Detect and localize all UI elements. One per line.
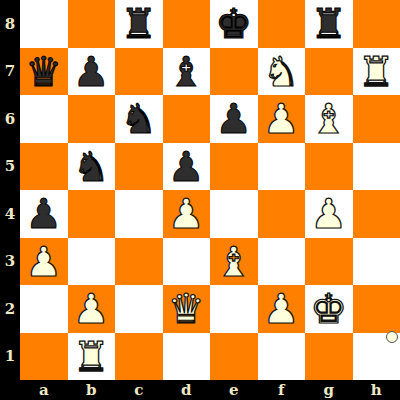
rank-label-6: 6 [0, 95, 20, 143]
square-e8[interactable]: ♚ [210, 0, 258, 48]
square-e3[interactable]: ♝ [210, 238, 258, 286]
square-c6[interactable]: ♞ [115, 95, 163, 143]
file-label-c: c [115, 380, 163, 400]
square-b6[interactable] [68, 95, 116, 143]
file-label-e: e [210, 380, 258, 400]
piece-white-pawn-g4[interactable]: ♟ [310, 194, 347, 235]
piece-black-pawn-a4[interactable]: ♟ [25, 194, 62, 235]
rank-label-2: 2 [0, 285, 20, 333]
piece-black-rook-c8[interactable]: ♜ [120, 4, 157, 45]
square-e4[interactable] [210, 190, 258, 238]
square-f1[interactable] [258, 333, 306, 381]
chess-board: ♜♚♜♛♟♝♞♜♞♟♟♝♞♟♟♟♟♟♝♟♛♟♚♜ [20, 0, 400, 380]
piece-white-rook-h7[interactable]: ♜ [358, 52, 395, 93]
square-g8[interactable]: ♜ [305, 0, 353, 48]
square-c7[interactable] [115, 48, 163, 96]
file-label-a: a [20, 380, 68, 400]
rank-label-7: 7 [0, 48, 20, 96]
piece-white-pawn-d4[interactable]: ♟ [168, 194, 205, 235]
file-label-g: g [305, 380, 353, 400]
square-c8[interactable]: ♜ [115, 0, 163, 48]
piece-black-bishop-d7[interactable]: ♝ [168, 52, 205, 93]
square-f6[interactable]: ♟ [258, 95, 306, 143]
square-a2[interactable] [20, 285, 68, 333]
square-a6[interactable] [20, 95, 68, 143]
square-d6[interactable] [163, 95, 211, 143]
square-a5[interactable] [20, 143, 68, 191]
square-h6[interactable] [353, 95, 400, 143]
square-e5[interactable] [210, 143, 258, 191]
piece-white-bishop-g6[interactable]: ♝ [310, 99, 347, 140]
white-to-move-indicator [386, 331, 398, 343]
square-g1[interactable] [305, 333, 353, 381]
rank-labels: 87654321 [0, 0, 20, 380]
piece-white-pawn-f6[interactable]: ♟ [263, 99, 300, 140]
file-label-d: d [163, 380, 211, 400]
square-d5[interactable]: ♟ [163, 143, 211, 191]
square-b5[interactable]: ♞ [68, 143, 116, 191]
square-d7[interactable]: ♝ [163, 48, 211, 96]
square-c3[interactable] [115, 238, 163, 286]
piece-white-knight-f7[interactable]: ♞ [263, 52, 300, 93]
piece-black-knight-c6[interactable]: ♞ [120, 99, 157, 140]
file-label-h: h [353, 380, 400, 400]
rank-label-3: 3 [0, 238, 20, 286]
square-e1[interactable] [210, 333, 258, 381]
square-b1[interactable]: ♜ [68, 333, 116, 381]
square-g4[interactable]: ♟ [305, 190, 353, 238]
square-f2[interactable]: ♟ [258, 285, 306, 333]
piece-white-rook-b1[interactable]: ♜ [73, 337, 110, 378]
square-b8[interactable] [68, 0, 116, 48]
square-f3[interactable] [258, 238, 306, 286]
square-f5[interactable] [258, 143, 306, 191]
file-labels: abcdefgh [20, 380, 400, 400]
square-d4[interactable]: ♟ [163, 190, 211, 238]
piece-black-pawn-b7[interactable]: ♟ [73, 52, 110, 93]
square-b7[interactable]: ♟ [68, 48, 116, 96]
file-label-f: f [258, 380, 306, 400]
square-f8[interactable] [258, 0, 306, 48]
square-g5[interactable] [305, 143, 353, 191]
square-b2[interactable]: ♟ [68, 285, 116, 333]
chess-board-screen: ♜♚♜♛♟♝♞♜♞♟♟♝♞♟♟♟♟♟♝♟♛♟♚♜ 87654321 abcdef… [0, 0, 400, 400]
piece-white-queen-d2[interactable]: ♛ [168, 289, 205, 330]
square-a1[interactable] [20, 333, 68, 381]
piece-black-king-e8[interactable]: ♚ [215, 4, 252, 45]
square-b4[interactable] [68, 190, 116, 238]
square-h7[interactable]: ♜ [353, 48, 400, 96]
square-d8[interactable] [163, 0, 211, 48]
square-a7[interactable]: ♛ [20, 48, 68, 96]
square-g2[interactable]: ♚ [305, 285, 353, 333]
square-c4[interactable] [115, 190, 163, 238]
rank-label-4: 4 [0, 190, 20, 238]
square-a3[interactable]: ♟ [20, 238, 68, 286]
square-h2[interactable] [353, 285, 400, 333]
square-b3[interactable] [68, 238, 116, 286]
file-label-b: b [68, 380, 116, 400]
piece-black-knight-b5[interactable]: ♞ [73, 147, 110, 188]
square-e7[interactable] [210, 48, 258, 96]
piece-white-king-g2[interactable]: ♚ [310, 289, 347, 330]
piece-white-pawn-f2[interactable]: ♟ [263, 289, 300, 330]
square-f4[interactable] [258, 190, 306, 238]
piece-white-pawn-a3[interactable]: ♟ [25, 242, 62, 283]
square-a4[interactable]: ♟ [20, 190, 68, 238]
square-g7[interactable] [305, 48, 353, 96]
rank-label-5: 5 [0, 143, 20, 191]
piece-white-pawn-b2[interactable]: ♟ [73, 289, 110, 330]
square-h4[interactable] [353, 190, 400, 238]
square-d1[interactable] [163, 333, 211, 381]
square-c1[interactable] [115, 333, 163, 381]
piece-black-pawn-d5[interactable]: ♟ [168, 147, 205, 188]
square-e6[interactable]: ♟ [210, 95, 258, 143]
square-g6[interactable]: ♝ [305, 95, 353, 143]
square-h8[interactable] [353, 0, 400, 48]
piece-white-bishop-e3[interactable]: ♝ [215, 242, 252, 283]
square-g3[interactable] [305, 238, 353, 286]
square-d2[interactable]: ♛ [163, 285, 211, 333]
square-c5[interactable] [115, 143, 163, 191]
piece-black-rook-g8[interactable]: ♜ [310, 4, 347, 45]
piece-black-pawn-e6[interactable]: ♟ [215, 99, 252, 140]
square-h5[interactable] [353, 143, 400, 191]
square-c2[interactable] [115, 285, 163, 333]
rank-label-1: 1 [0, 333, 20, 381]
rank-label-8: 8 [0, 0, 20, 48]
square-a8[interactable] [20, 0, 68, 48]
piece-black-queen-a7[interactable]: ♛ [25, 52, 62, 93]
square-d3[interactable] [163, 238, 211, 286]
square-e2[interactable] [210, 285, 258, 333]
square-f7[interactable]: ♞ [258, 48, 306, 96]
square-h3[interactable] [353, 238, 400, 286]
